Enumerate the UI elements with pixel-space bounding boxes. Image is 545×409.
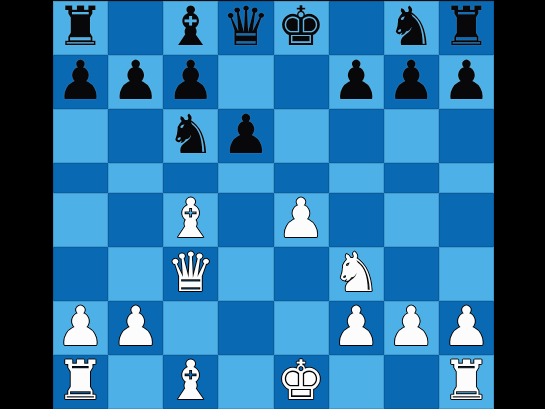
square-e2[interactable] [274, 301, 329, 355]
square-c8[interactable]: ♝ [163, 1, 218, 55]
black-pawn[interactable]: ♟ [167, 54, 215, 108]
square-h4[interactable] [439, 193, 494, 247]
square-b8[interactable] [108, 1, 163, 55]
square-e3[interactable] [274, 247, 329, 301]
white-pawn[interactable]: ♟ [387, 300, 435, 354]
black-pawn[interactable]: ♟ [442, 54, 490, 108]
white-pawn[interactable]: ♟ [332, 300, 380, 354]
square-a8[interactable]: ♜ [53, 1, 108, 55]
square-f2[interactable]: ♟ [329, 301, 384, 355]
square-g6[interactable] [384, 109, 439, 163]
white-rook[interactable]: ♜ [442, 354, 490, 408]
black-pawn[interactable]: ♟ [56, 54, 104, 108]
chess-board: ♜♝♛♚♞♜♟♟♟♟♟♟♞♟♝♟♛♞♟♟♟♟♟♜♝♚♜ [53, 0, 494, 409]
white-pawn[interactable]: ♟ [277, 192, 325, 246]
square-c4[interactable]: ♝ [163, 193, 218, 247]
white-queen[interactable]: ♛ [167, 246, 215, 300]
square-f8[interactable] [329, 1, 384, 55]
black-king[interactable]: ♚ [277, 0, 325, 54]
square-f1[interactable] [329, 355, 384, 409]
letterbox-right-bar [494, 0, 545, 409]
square-b5[interactable] [108, 163, 163, 193]
square-a1[interactable]: ♜ [53, 355, 108, 409]
square-f5[interactable] [329, 163, 384, 193]
black-pawn[interactable]: ♟ [222, 108, 270, 162]
square-d6[interactable]: ♟ [218, 109, 273, 163]
square-a2[interactable]: ♟ [53, 301, 108, 355]
square-a3[interactable] [53, 247, 108, 301]
square-h7[interactable]: ♟ [439, 55, 494, 109]
square-b2[interactable]: ♟ [108, 301, 163, 355]
square-h3[interactable] [439, 247, 494, 301]
square-a4[interactable] [53, 193, 108, 247]
square-g3[interactable] [384, 247, 439, 301]
square-b4[interactable] [108, 193, 163, 247]
square-c7[interactable]: ♟ [163, 55, 218, 109]
white-pawn[interactable]: ♟ [111, 300, 159, 354]
white-rook[interactable]: ♜ [56, 354, 104, 408]
square-b6[interactable] [108, 109, 163, 163]
square-f3[interactable]: ♞ [329, 247, 384, 301]
square-h6[interactable] [439, 109, 494, 163]
square-a5[interactable] [53, 163, 108, 193]
square-d7[interactable] [218, 55, 273, 109]
black-pawn[interactable]: ♟ [332, 54, 380, 108]
black-pawn[interactable]: ♟ [111, 54, 159, 108]
square-c3[interactable]: ♛ [163, 247, 218, 301]
square-e1[interactable]: ♚ [274, 355, 329, 409]
square-g2[interactable]: ♟ [384, 301, 439, 355]
square-e8[interactable]: ♚ [274, 1, 329, 55]
black-pawn[interactable]: ♟ [387, 54, 435, 108]
square-b3[interactable] [108, 247, 163, 301]
black-knight[interactable]: ♞ [167, 108, 215, 162]
white-pawn[interactable]: ♟ [56, 300, 104, 354]
square-d3[interactable] [218, 247, 273, 301]
square-c1[interactable]: ♝ [163, 355, 218, 409]
square-a7[interactable]: ♟ [53, 55, 108, 109]
white-bishop[interactable]: ♝ [167, 354, 215, 408]
black-rook[interactable]: ♜ [442, 0, 490, 54]
square-g7[interactable]: ♟ [384, 55, 439, 109]
letterbox-left-bar [0, 0, 53, 409]
white-king[interactable]: ♚ [277, 354, 325, 408]
square-g4[interactable] [384, 193, 439, 247]
square-f7[interactable]: ♟ [329, 55, 384, 109]
square-d8[interactable]: ♛ [218, 1, 273, 55]
white-bishop[interactable]: ♝ [167, 192, 215, 246]
black-knight[interactable]: ♞ [387, 0, 435, 54]
white-knight[interactable]: ♞ [332, 246, 380, 300]
square-d5[interactable] [218, 163, 273, 193]
square-d2[interactable] [218, 301, 273, 355]
square-b1[interactable] [108, 355, 163, 409]
square-g1[interactable] [384, 355, 439, 409]
square-h5[interactable] [439, 163, 494, 193]
square-d1[interactable] [218, 355, 273, 409]
square-c6[interactable]: ♞ [163, 109, 218, 163]
black-rook[interactable]: ♜ [56, 0, 104, 54]
black-bishop[interactable]: ♝ [167, 0, 215, 54]
square-h8[interactable]: ♜ [439, 1, 494, 55]
square-a6[interactable] [53, 109, 108, 163]
square-f4[interactable] [329, 193, 384, 247]
square-e7[interactable] [274, 55, 329, 109]
square-c2[interactable] [163, 301, 218, 355]
square-h2[interactable]: ♟ [439, 301, 494, 355]
square-h1[interactable]: ♜ [439, 355, 494, 409]
square-g5[interactable] [384, 163, 439, 193]
video-frame: ♜♝♛♚♞♜♟♟♟♟♟♟♞♟♝♟♛♞♟♟♟♟♟♜♝♚♜ [0, 0, 545, 409]
square-g8[interactable]: ♞ [384, 1, 439, 55]
square-b7[interactable]: ♟ [108, 55, 163, 109]
square-e6[interactable] [274, 109, 329, 163]
white-pawn[interactable]: ♟ [442, 300, 490, 354]
square-f6[interactable] [329, 109, 384, 163]
square-d4[interactable] [218, 193, 273, 247]
square-e4[interactable]: ♟ [274, 193, 329, 247]
black-queen[interactable]: ♛ [222, 0, 270, 54]
